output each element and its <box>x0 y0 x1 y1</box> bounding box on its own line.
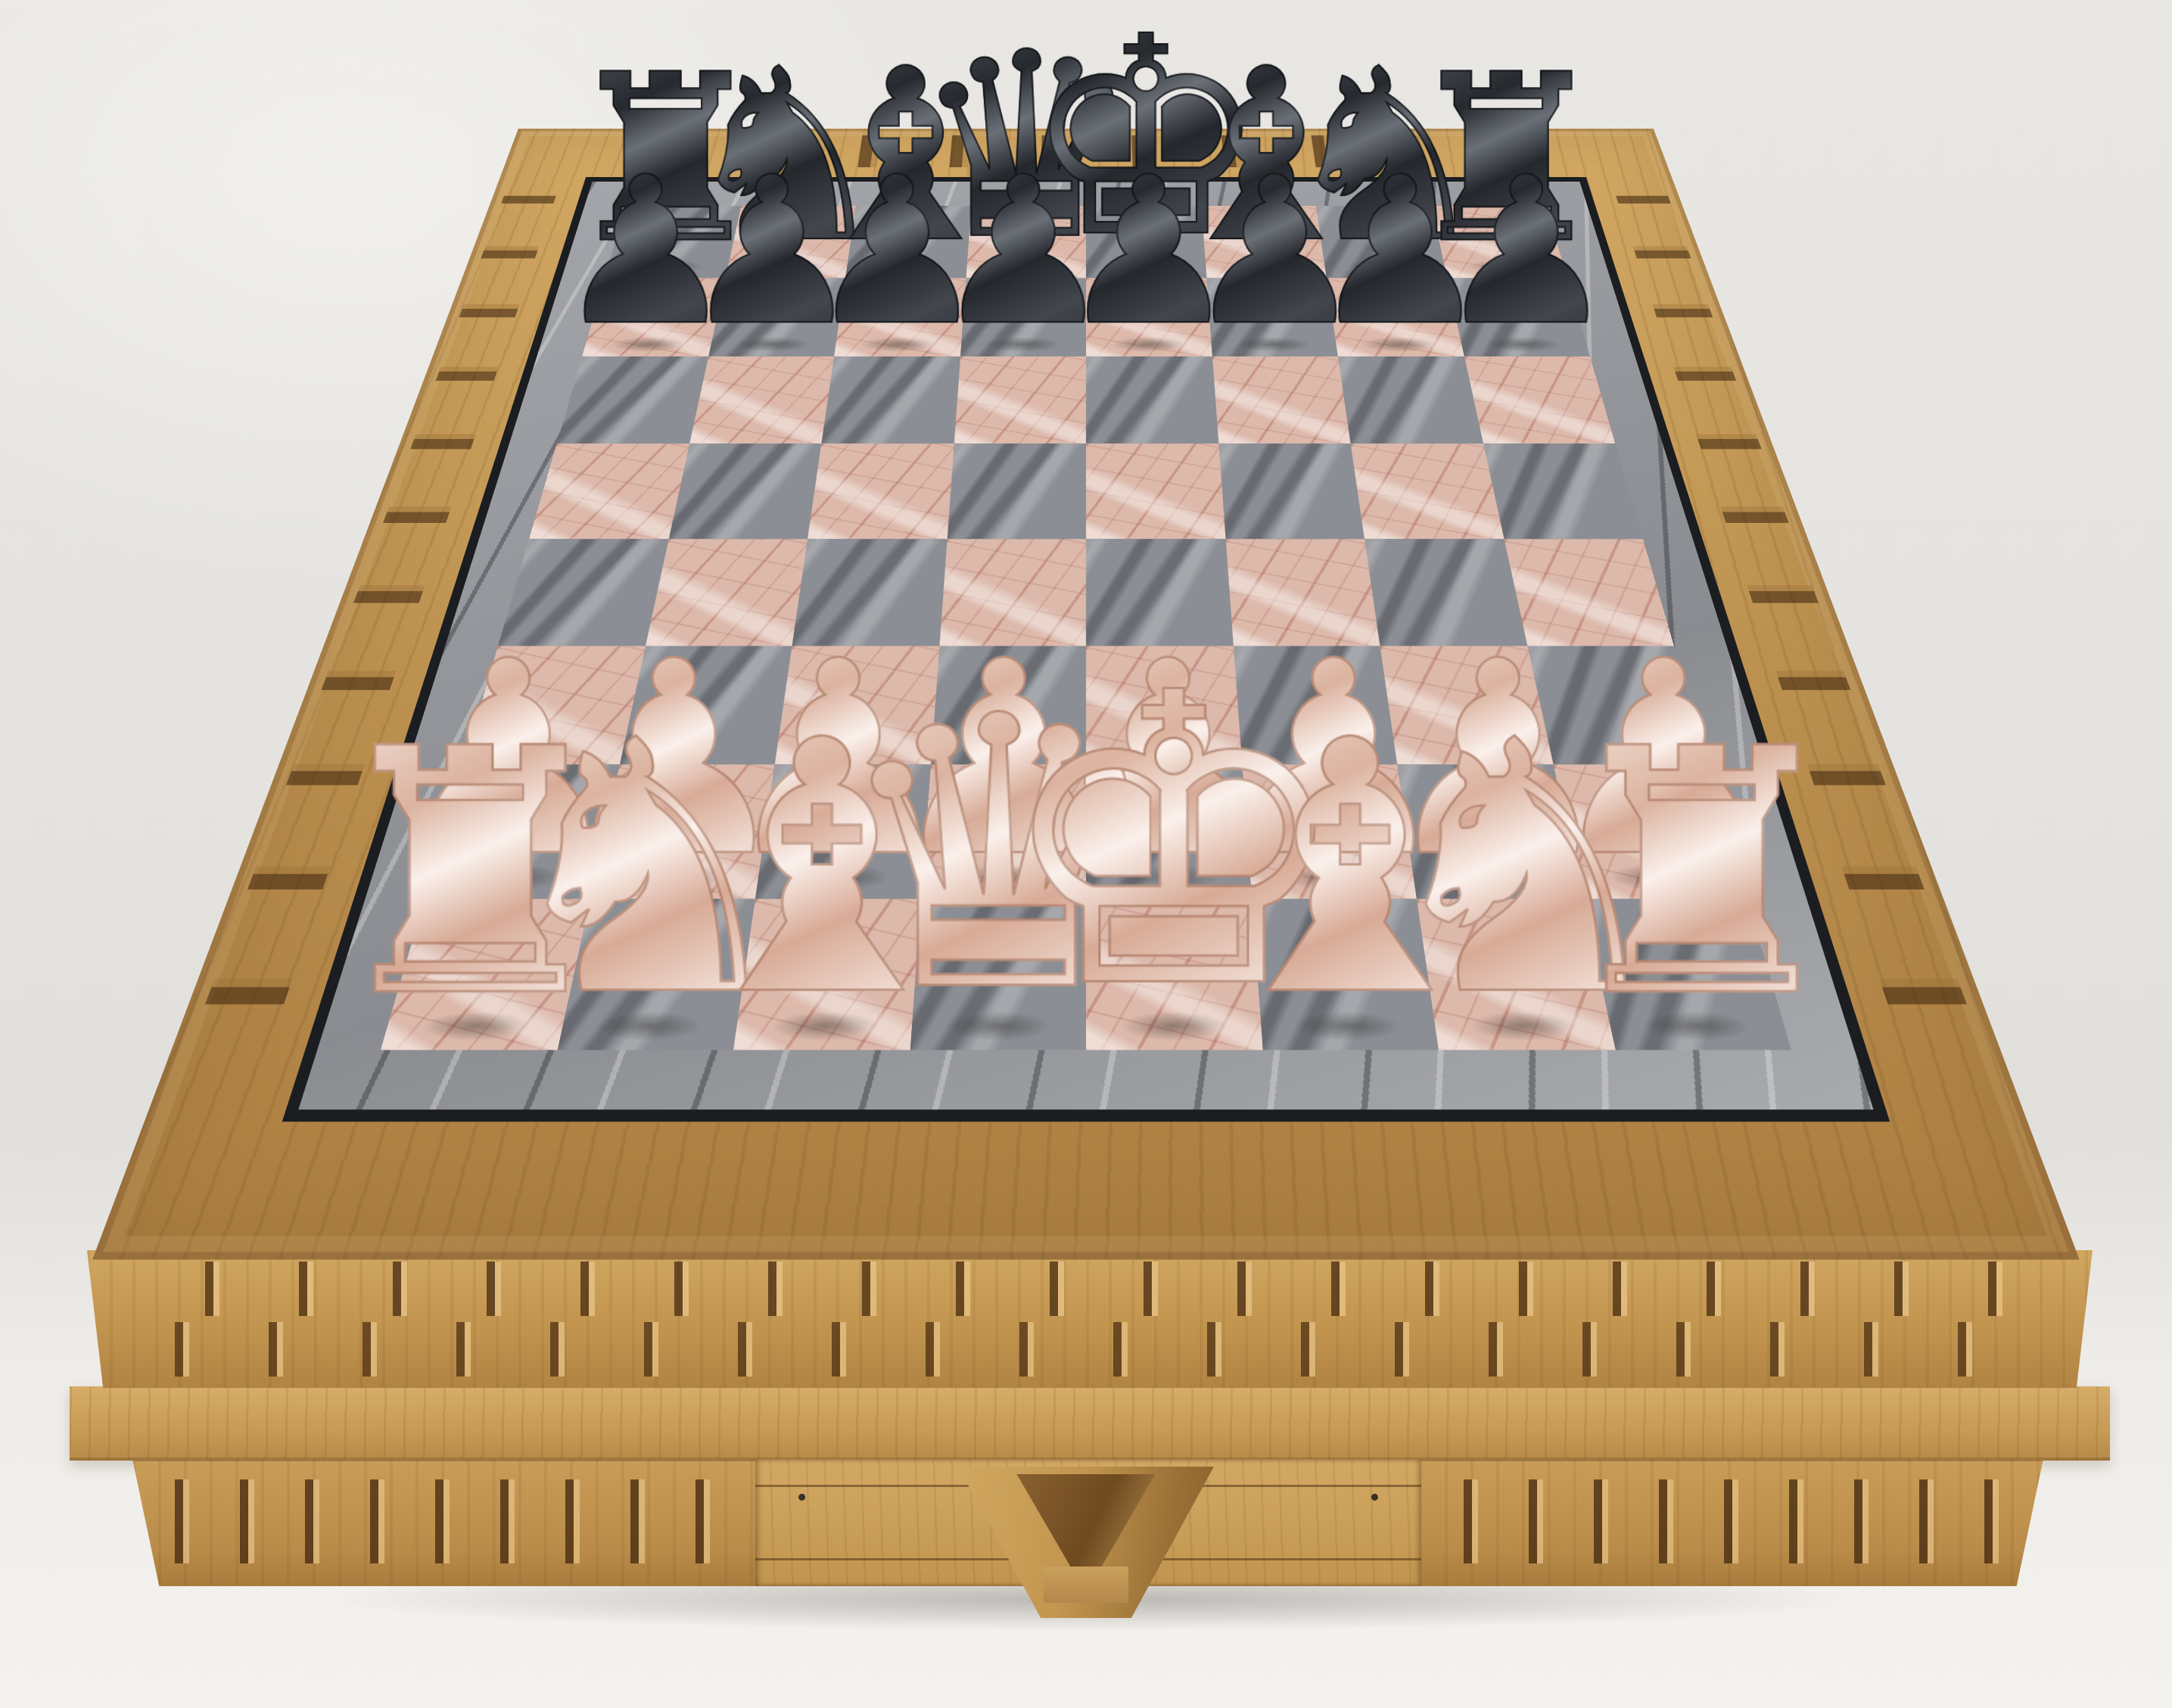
scene: ♜♞♝♛♚♝♞♜♟♟♟♟♟♟♟♟♟♟♟♟♟♟♟♟♜♞♝♛♚♝♞♜ <box>0 0 2172 1708</box>
square-c6[interactable] <box>821 356 960 443</box>
square-d6[interactable] <box>954 356 1086 443</box>
square-h1[interactable]: ♜ <box>1582 898 1791 1050</box>
chess-board: ♜♞♝♛♚♝♞♜♟♟♟♟♟♟♟♟♟♟♟♟♟♟♟♟♜♞♝♛♚♝♞♜ <box>92 129 2080 1260</box>
square-d5[interactable] <box>947 443 1086 540</box>
square-h5[interactable] <box>1483 443 1643 540</box>
square-b6[interactable] <box>689 356 834 443</box>
square-b5[interactable] <box>668 443 821 540</box>
piece-black-pawn-h7[interactable]: ♟ <box>1435 150 1617 353</box>
square-e6[interactable] <box>1086 356 1218 443</box>
square-c5[interactable] <box>807 443 954 540</box>
square-a5[interactable] <box>529 443 689 540</box>
piece-white-rook-h1[interactable]: ♜ <box>1550 705 1853 1044</box>
square-g5[interactable] <box>1351 443 1504 540</box>
square-f6[interactable] <box>1212 356 1350 443</box>
square-h6[interactable] <box>1464 356 1615 443</box>
square-e5[interactable] <box>1086 443 1225 540</box>
square-g6[interactable] <box>1338 356 1483 443</box>
board-3d-scene: ♜♞♝♛♚♝♞♜♟♟♟♟♟♟♟♟♟♟♟♟♟♟♟♟♜♞♝♛♚♝♞♜ <box>0 0 2172 1708</box>
square-f5[interactable] <box>1218 443 1365 540</box>
board-squares: ♜♞♝♛♚♝♞♜♟♟♟♟♟♟♟♟♟♟♟♟♟♟♟♟♜♞♝♛♚♝♞♜ <box>381 206 1791 1050</box>
square-a6[interactable] <box>557 356 708 443</box>
square-h7[interactable]: ♟ <box>1447 278 1590 356</box>
